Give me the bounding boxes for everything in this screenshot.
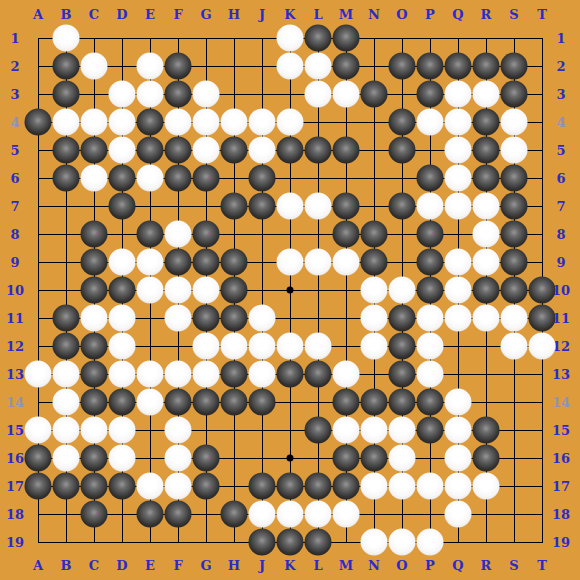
column-label-top: B <box>61 8 72 21</box>
white-stone-J18 <box>249 501 276 528</box>
row-label-left: 6 <box>10 172 19 185</box>
white-stone-D12 <box>109 333 136 360</box>
row-label-right: 19 <box>552 536 570 549</box>
column-label-top: H <box>228 8 240 21</box>
row-label-right: 8 <box>556 228 565 241</box>
black-stone-M8 <box>333 221 360 248</box>
black-stone-C16 <box>81 445 108 472</box>
black-stone-O13 <box>389 361 416 388</box>
row-label-left: 15 <box>6 424 24 437</box>
row-label-left: 12 <box>6 340 24 353</box>
black-stone-P10 <box>417 277 444 304</box>
black-stone-C14 <box>81 389 108 416</box>
column-label-bottom: Q <box>452 559 463 572</box>
white-stone-C15 <box>81 417 108 444</box>
black-stone-A17 <box>25 473 52 500</box>
white-stone-J11 <box>249 305 276 332</box>
white-stone-D5 <box>109 137 136 164</box>
row-label-left: 9 <box>10 256 19 269</box>
column-label-bottom: T <box>537 559 547 572</box>
white-stone-E17 <box>137 473 164 500</box>
row-label-right: 5 <box>556 144 565 157</box>
black-stone-P2 <box>417 53 444 80</box>
black-stone-N8 <box>361 221 388 248</box>
row-label-right: 13 <box>552 368 570 381</box>
column-label-top: R <box>481 8 492 21</box>
white-stone-Q10 <box>445 277 472 304</box>
row-label-right: 18 <box>552 508 570 521</box>
black-stone-H13 <box>221 361 248 388</box>
white-stone-B16 <box>53 445 80 472</box>
white-stone-R11 <box>473 305 500 332</box>
white-stone-Q18 <box>445 501 472 528</box>
black-stone-N14 <box>361 389 388 416</box>
white-stone-Q5 <box>445 137 472 164</box>
white-stone-L9 <box>305 249 332 276</box>
row-label-right: 1 <box>556 32 565 45</box>
white-stone-K1 <box>277 25 304 52</box>
white-stone-O19 <box>389 529 416 556</box>
black-stone-R15 <box>473 417 500 444</box>
black-stone-M2 <box>333 53 360 80</box>
column-label-bottom: B <box>61 559 72 572</box>
white-stone-C11 <box>81 305 108 332</box>
white-stone-D4 <box>109 109 136 136</box>
black-stone-H10 <box>221 277 248 304</box>
column-label-bottom: N <box>368 559 380 572</box>
black-stone-B11 <box>53 305 80 332</box>
black-stone-F2 <box>165 53 192 80</box>
column-label-bottom: G <box>200 559 211 572</box>
white-stone-S12 <box>501 333 528 360</box>
black-stone-F5 <box>165 137 192 164</box>
white-stone-P11 <box>417 305 444 332</box>
star-point-K10 <box>287 287 294 294</box>
white-stone-B14 <box>53 389 80 416</box>
white-stone-N11 <box>361 305 388 332</box>
black-stone-O4 <box>389 109 416 136</box>
white-stone-O15 <box>389 417 416 444</box>
white-stone-M18 <box>333 501 360 528</box>
column-label-bottom: C <box>89 559 99 572</box>
black-stone-G14 <box>193 389 220 416</box>
white-stone-F13 <box>165 361 192 388</box>
white-stone-F16 <box>165 445 192 472</box>
row-label-left: 10 <box>6 284 24 297</box>
column-label-top: D <box>116 8 127 21</box>
white-stone-K2 <box>277 53 304 80</box>
column-label-top: A <box>33 8 43 21</box>
white-stone-Q4 <box>445 109 472 136</box>
row-label-right: 17 <box>552 480 570 493</box>
white-stone-F17 <box>165 473 192 500</box>
white-stone-G12 <box>193 333 220 360</box>
black-stone-G17 <box>193 473 220 500</box>
row-label-right: 2 <box>556 60 565 73</box>
black-stone-R10 <box>473 277 500 304</box>
black-stone-B3 <box>53 81 80 108</box>
black-stone-M7 <box>333 193 360 220</box>
black-stone-A16 <box>25 445 52 472</box>
white-stone-M15 <box>333 417 360 444</box>
black-stone-R6 <box>473 165 500 192</box>
white-stone-M3 <box>333 81 360 108</box>
black-stone-N3 <box>361 81 388 108</box>
row-label-left: 5 <box>10 144 19 157</box>
black-stone-P3 <box>417 81 444 108</box>
white-stone-F11 <box>165 305 192 332</box>
white-stone-R8 <box>473 221 500 248</box>
white-stone-L3 <box>305 81 332 108</box>
black-stone-S3 <box>501 81 528 108</box>
white-stone-F15 <box>165 417 192 444</box>
black-stone-O2 <box>389 53 416 80</box>
white-stone-Q17 <box>445 473 472 500</box>
column-label-top: E <box>145 8 155 21</box>
column-label-bottom: J <box>259 559 265 572</box>
white-stone-B4 <box>53 109 80 136</box>
black-stone-G11 <box>193 305 220 332</box>
white-stone-B1 <box>53 25 80 52</box>
black-stone-P6 <box>417 165 444 192</box>
white-stone-F10 <box>165 277 192 304</box>
white-stone-Q16 <box>445 445 472 472</box>
black-stone-B2 <box>53 53 80 80</box>
row-label-right: 16 <box>552 452 570 465</box>
black-stone-H7 <box>221 193 248 220</box>
white-stone-D15 <box>109 417 136 444</box>
black-stone-O7 <box>389 193 416 220</box>
white-stone-E6 <box>137 165 164 192</box>
black-stone-J6 <box>249 165 276 192</box>
black-stone-H11 <box>221 305 248 332</box>
column-label-top: N <box>368 8 380 21</box>
white-stone-Q3 <box>445 81 472 108</box>
column-label-top: L <box>313 8 322 21</box>
black-stone-A4 <box>25 109 52 136</box>
black-stone-D17 <box>109 473 136 500</box>
white-stone-Q6 <box>445 165 472 192</box>
black-stone-L19 <box>305 529 332 556</box>
black-stone-G6 <box>193 165 220 192</box>
column-label-bottom: F <box>173 559 182 572</box>
row-label-left: 13 <box>6 368 24 381</box>
column-label-top: Q <box>452 8 463 21</box>
black-stone-J7 <box>249 193 276 220</box>
white-stone-J13 <box>249 361 276 388</box>
row-label-left: 17 <box>6 480 24 493</box>
white-stone-G10 <box>193 277 220 304</box>
white-stone-Q7 <box>445 193 472 220</box>
white-stone-K9 <box>277 249 304 276</box>
white-stone-B13 <box>53 361 80 388</box>
black-stone-J17 <box>249 473 276 500</box>
black-stone-F9 <box>165 249 192 276</box>
column-label-top: F <box>173 8 182 21</box>
white-stone-Q14 <box>445 389 472 416</box>
row-label-right: 4 <box>556 116 565 129</box>
white-stone-K4 <box>277 109 304 136</box>
row-label-left: 19 <box>6 536 24 549</box>
black-stone-P14 <box>417 389 444 416</box>
row-label-left: 3 <box>10 88 19 101</box>
column-label-bottom: L <box>313 559 322 572</box>
black-stone-K19 <box>277 529 304 556</box>
black-stone-P8 <box>417 221 444 248</box>
white-stone-E2 <box>137 53 164 80</box>
white-stone-O10 <box>389 277 416 304</box>
white-stone-D3 <box>109 81 136 108</box>
white-stone-D11 <box>109 305 136 332</box>
column-label-top: M <box>339 8 353 21</box>
black-stone-R2 <box>473 53 500 80</box>
white-stone-R3 <box>473 81 500 108</box>
go-board[interactable]: AABBCCDDEEFFGGHHJJKKLLMMNNOOPPQQRRSSTT11… <box>0 0 580 580</box>
white-stone-S11 <box>501 305 528 332</box>
white-stone-O16 <box>389 445 416 472</box>
row-label-right: 6 <box>556 172 565 185</box>
black-stone-C12 <box>81 333 108 360</box>
white-stone-O17 <box>389 473 416 500</box>
white-stone-M13 <box>333 361 360 388</box>
white-stone-R7 <box>473 193 500 220</box>
black-stone-O11 <box>389 305 416 332</box>
white-stone-L2 <box>305 53 332 80</box>
white-stone-L18 <box>305 501 332 528</box>
white-stone-S5 <box>501 137 528 164</box>
white-stone-G3 <box>193 81 220 108</box>
white-stone-E9 <box>137 249 164 276</box>
black-stone-S8 <box>501 221 528 248</box>
black-stone-M1 <box>333 25 360 52</box>
black-stone-G9 <box>193 249 220 276</box>
white-stone-T12 <box>529 333 556 360</box>
black-stone-D6 <box>109 165 136 192</box>
white-stone-E10 <box>137 277 164 304</box>
white-stone-K7 <box>277 193 304 220</box>
black-stone-L1 <box>305 25 332 52</box>
black-stone-E5 <box>137 137 164 164</box>
white-stone-P12 <box>417 333 444 360</box>
row-label-left: 2 <box>10 60 19 73</box>
white-stone-E14 <box>137 389 164 416</box>
white-stone-J12 <box>249 333 276 360</box>
black-stone-O12 <box>389 333 416 360</box>
white-stone-F4 <box>165 109 192 136</box>
column-label-top: T <box>537 8 547 21</box>
row-label-left: 1 <box>10 32 19 45</box>
white-stone-H12 <box>221 333 248 360</box>
white-stone-P17 <box>417 473 444 500</box>
column-label-bottom: A <box>33 559 43 572</box>
white-stone-L7 <box>305 193 332 220</box>
row-label-left: 16 <box>6 452 24 465</box>
black-stone-K5 <box>277 137 304 164</box>
white-stone-A15 <box>25 417 52 444</box>
white-stone-N10 <box>361 277 388 304</box>
black-stone-N9 <box>361 249 388 276</box>
white-stone-N17 <box>361 473 388 500</box>
black-stone-L5 <box>305 137 332 164</box>
black-stone-M5 <box>333 137 360 164</box>
black-stone-M16 <box>333 445 360 472</box>
black-stone-C10 <box>81 277 108 304</box>
row-label-left: 18 <box>6 508 24 521</box>
column-label-bottom: K <box>284 559 295 572</box>
row-label-left: 8 <box>10 228 19 241</box>
black-stone-Q2 <box>445 53 472 80</box>
black-stone-S9 <box>501 249 528 276</box>
black-stone-B5 <box>53 137 80 164</box>
column-label-top: G <box>200 8 211 21</box>
row-label-right: 7 <box>556 200 565 213</box>
white-stone-H4 <box>221 109 248 136</box>
black-stone-P9 <box>417 249 444 276</box>
black-stone-D10 <box>109 277 136 304</box>
black-stone-H5 <box>221 137 248 164</box>
black-stone-T11 <box>529 305 556 332</box>
black-stone-F18 <box>165 501 192 528</box>
column-label-bottom: R <box>481 559 492 572</box>
black-stone-M17 <box>333 473 360 500</box>
black-stone-H18 <box>221 501 248 528</box>
black-stone-F3 <box>165 81 192 108</box>
black-stone-L17 <box>305 473 332 500</box>
black-stone-S6 <box>501 165 528 192</box>
black-stone-S7 <box>501 193 528 220</box>
black-stone-D14 <box>109 389 136 416</box>
black-stone-F6 <box>165 165 192 192</box>
row-label-left: 7 <box>10 200 19 213</box>
white-stone-E13 <box>137 361 164 388</box>
column-label-bottom: O <box>396 559 407 572</box>
row-label-left: 11 <box>6 312 24 325</box>
white-stone-L12 <box>305 333 332 360</box>
black-stone-L15 <box>305 417 332 444</box>
white-stone-C4 <box>81 109 108 136</box>
black-stone-J14 <box>249 389 276 416</box>
black-stone-K13 <box>277 361 304 388</box>
white-stone-R17 <box>473 473 500 500</box>
black-stone-H9 <box>221 249 248 276</box>
white-stone-F8 <box>165 221 192 248</box>
column-label-bottom: M <box>339 559 353 572</box>
column-label-bottom: P <box>425 559 435 572</box>
black-stone-S10 <box>501 277 528 304</box>
column-label-top: P <box>425 8 435 21</box>
black-stone-D7 <box>109 193 136 220</box>
black-stone-B6 <box>53 165 80 192</box>
white-stone-K12 <box>277 333 304 360</box>
black-stone-E8 <box>137 221 164 248</box>
column-label-bottom: E <box>145 559 155 572</box>
black-stone-E4 <box>137 109 164 136</box>
white-stone-Q9 <box>445 249 472 276</box>
white-stone-E3 <box>137 81 164 108</box>
black-stone-R16 <box>473 445 500 472</box>
white-stone-C6 <box>81 165 108 192</box>
black-stone-C9 <box>81 249 108 276</box>
white-stone-J4 <box>249 109 276 136</box>
black-stone-J19 <box>249 529 276 556</box>
white-stone-P4 <box>417 109 444 136</box>
white-stone-P19 <box>417 529 444 556</box>
black-stone-O14 <box>389 389 416 416</box>
white-stone-P7 <box>417 193 444 220</box>
white-stone-G4 <box>193 109 220 136</box>
white-stone-N15 <box>361 417 388 444</box>
column-label-bottom: D <box>116 559 127 572</box>
black-stone-R4 <box>473 109 500 136</box>
row-label-right: 14 <box>552 396 570 409</box>
white-stone-N19 <box>361 529 388 556</box>
white-stone-D16 <box>109 445 136 472</box>
black-stone-C17 <box>81 473 108 500</box>
grid-vline <box>318 38 319 543</box>
row-label-left: 4 <box>10 116 19 129</box>
black-stone-T10 <box>529 277 556 304</box>
white-stone-C2 <box>81 53 108 80</box>
white-stone-G5 <box>193 137 220 164</box>
white-stone-P13 <box>417 361 444 388</box>
black-stone-L13 <box>305 361 332 388</box>
star-point-K16 <box>287 455 294 462</box>
black-stone-C8 <box>81 221 108 248</box>
white-stone-G13 <box>193 361 220 388</box>
white-stone-R9 <box>473 249 500 276</box>
row-label-right: 9 <box>556 256 565 269</box>
white-stone-Q11 <box>445 305 472 332</box>
white-stone-S4 <box>501 109 528 136</box>
black-stone-B12 <box>53 333 80 360</box>
column-label-top: K <box>284 8 295 21</box>
column-label-top: O <box>396 8 407 21</box>
black-stone-C18 <box>81 501 108 528</box>
black-stone-O5 <box>389 137 416 164</box>
black-stone-R5 <box>473 137 500 164</box>
column-label-bottom: S <box>509 559 518 572</box>
black-stone-P15 <box>417 417 444 444</box>
black-stone-N16 <box>361 445 388 472</box>
black-stone-C5 <box>81 137 108 164</box>
black-stone-G16 <box>193 445 220 472</box>
white-stone-N12 <box>361 333 388 360</box>
white-stone-B15 <box>53 417 80 444</box>
white-stone-A13 <box>25 361 52 388</box>
column-label-top: C <box>89 8 99 21</box>
row-label-right: 3 <box>556 88 565 101</box>
row-label-right: 15 <box>552 424 570 437</box>
black-stone-M14 <box>333 389 360 416</box>
row-label-left: 14 <box>6 396 24 409</box>
black-stone-G8 <box>193 221 220 248</box>
column-label-bottom: H <box>228 559 240 572</box>
black-stone-B17 <box>53 473 80 500</box>
black-stone-S2 <box>501 53 528 80</box>
white-stone-Q15 <box>445 417 472 444</box>
white-stone-M9 <box>333 249 360 276</box>
black-stone-C13 <box>81 361 108 388</box>
white-stone-D13 <box>109 361 136 388</box>
black-stone-K17 <box>277 473 304 500</box>
column-label-top: J <box>259 8 265 21</box>
white-stone-D9 <box>109 249 136 276</box>
black-stone-H14 <box>221 389 248 416</box>
white-stone-J5 <box>249 137 276 164</box>
white-stone-K18 <box>277 501 304 528</box>
black-stone-E18 <box>137 501 164 528</box>
column-label-top: S <box>509 8 518 21</box>
